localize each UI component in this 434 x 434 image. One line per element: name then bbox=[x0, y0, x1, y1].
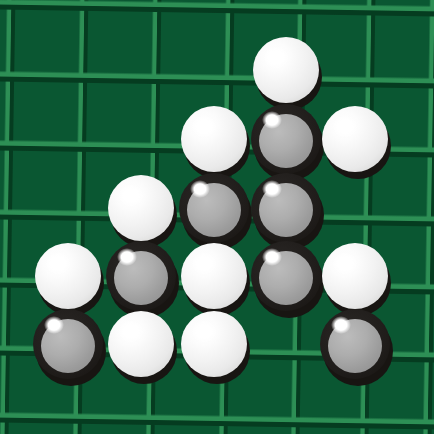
gomoku-board[interactable] bbox=[0, 0, 434, 434]
stone-highlight bbox=[117, 248, 137, 266]
stone-ball bbox=[181, 311, 247, 377]
stone-ball bbox=[108, 175, 174, 241]
stone-highlight bbox=[263, 46, 289, 69]
stone-highlight bbox=[262, 180, 282, 198]
stone-ball bbox=[108, 311, 174, 377]
stone-white bbox=[181, 106, 247, 172]
stone-white bbox=[35, 243, 101, 309]
stone-highlight bbox=[262, 248, 282, 266]
stone-highlight bbox=[332, 115, 358, 138]
stone-highlight bbox=[118, 320, 144, 343]
stone-highlight bbox=[191, 115, 217, 138]
stone-black bbox=[251, 104, 321, 174]
stone-ball bbox=[181, 106, 247, 172]
stone-highlight bbox=[332, 252, 358, 275]
stone-black bbox=[320, 309, 390, 379]
stone-white bbox=[181, 243, 247, 309]
stones-layer bbox=[0, 0, 434, 434]
stone-black bbox=[251, 173, 321, 243]
stone-highlight bbox=[331, 316, 351, 334]
stone-ball bbox=[322, 243, 388, 309]
stone-white bbox=[108, 311, 174, 377]
stone-black bbox=[106, 241, 176, 311]
stone-white bbox=[108, 175, 174, 241]
stone-highlight bbox=[118, 184, 144, 207]
stone-black bbox=[33, 309, 103, 379]
stone-black bbox=[251, 241, 321, 311]
stone-highlight bbox=[191, 320, 217, 343]
stone-white bbox=[322, 243, 388, 309]
stone-ball bbox=[181, 243, 247, 309]
stone-white bbox=[253, 37, 319, 103]
stone-highlight bbox=[191, 252, 217, 275]
stone-highlight bbox=[262, 111, 282, 129]
stone-highlight bbox=[190, 180, 210, 198]
stone-ball bbox=[35, 243, 101, 309]
stone-white bbox=[181, 311, 247, 377]
stone-black bbox=[179, 173, 249, 243]
stone-highlight bbox=[45, 252, 71, 275]
stone-ball bbox=[253, 37, 319, 103]
stone-ball bbox=[322, 106, 388, 172]
stone-highlight bbox=[44, 316, 64, 334]
stone-white bbox=[322, 106, 388, 172]
